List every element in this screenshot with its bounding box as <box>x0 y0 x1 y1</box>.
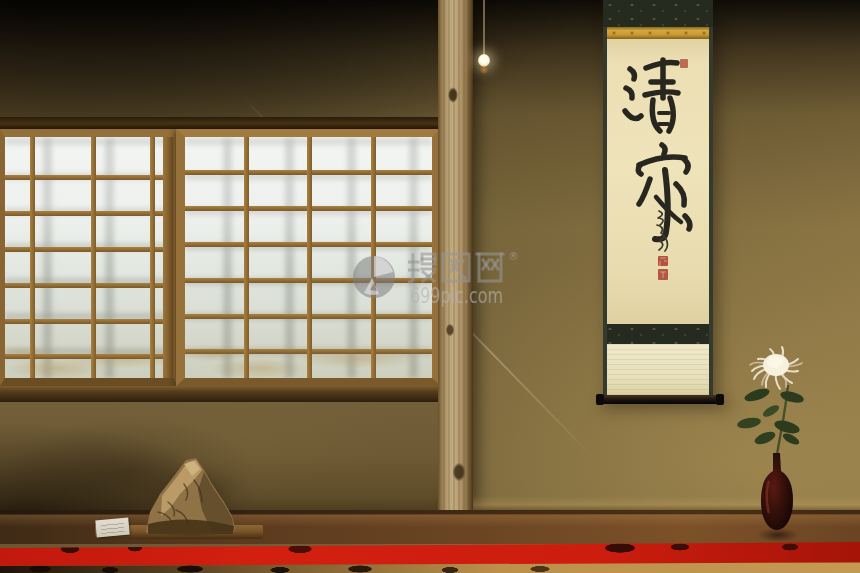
scroll-lower-paper <box>607 344 709 395</box>
vase-reflection <box>757 528 799 542</box>
lattice-bar <box>307 137 312 378</box>
suiseki-stone <box>128 450 240 538</box>
scroll-gold-band <box>605 27 711 39</box>
lattice-bar <box>91 137 96 378</box>
roller-knob-left <box>596 394 604 405</box>
calligraphy-artwork <box>607 39 709 324</box>
char-tu <box>443 254 469 281</box>
ikebana-arrangement <box>735 335 815 532</box>
paper-tag <box>95 518 129 538</box>
window-sill <box>0 386 441 402</box>
photo-stage: ® 699pic.com <box>0 0 860 573</box>
watermark-url: 699pic.com <box>410 284 503 308</box>
roller-knob-right <box>716 394 724 405</box>
lamp-cord <box>483 0 485 55</box>
char-wang <box>477 254 503 281</box>
shoji-panel-left <box>0 129 178 386</box>
hanging-scroll <box>596 0 726 412</box>
calligraphy-char-2 <box>638 145 690 239</box>
window-lintel-beam <box>0 117 441 129</box>
scroll-roller <box>598 395 722 404</box>
watermark: ® 699pic.com <box>338 250 538 316</box>
scroll-bottom-brocade <box>603 324 713 344</box>
lattice-bar <box>150 137 155 378</box>
bulb-glow <box>479 66 489 74</box>
chrysanthemum-flower <box>750 347 802 389</box>
lattice-bar <box>244 137 249 378</box>
watermark-brand-text <box>408 251 506 285</box>
calligraphy-char-1 <box>625 60 678 131</box>
lattice-bar <box>30 137 35 378</box>
watermark-logo-icon <box>350 252 398 302</box>
char-she <box>408 254 435 282</box>
scroll-edge-right <box>709 27 713 395</box>
scroll-top-brocade <box>603 0 713 27</box>
panel-stile <box>163 137 173 378</box>
leaves <box>736 386 805 447</box>
registered-mark: ® <box>508 250 519 263</box>
